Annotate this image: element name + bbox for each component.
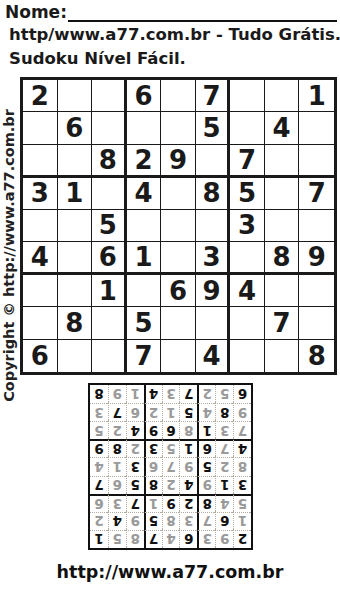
puzzle-cell[interactable]: 6 — [92, 242, 127, 275]
puzzle-cell[interactable]: 3 — [196, 242, 231, 275]
puzzle-cell[interactable]: 4 — [23, 242, 58, 275]
solution-cell: 3 — [215, 421, 233, 439]
puzzle-cell[interactable] — [92, 80, 127, 112]
solution-cell: 4 — [108, 512, 126, 530]
solution-cell: 8 — [197, 494, 215, 512]
puzzle-cell[interactable] — [265, 210, 300, 242]
puzzle-cell[interactable] — [196, 307, 231, 339]
solution-cell: 4 — [197, 403, 215, 421]
puzzle-cell[interactable] — [58, 210, 93, 242]
puzzle-cell[interactable]: 8 — [299, 340, 334, 372]
puzzle-cell[interactable] — [23, 145, 58, 178]
puzzle-cell[interactable]: 1 — [58, 178, 93, 210]
footer-url: http://www.a77.com.br — [0, 562, 340, 582]
puzzle-cell[interactable]: 5 — [230, 178, 265, 210]
puzzle-cell[interactable] — [265, 178, 300, 210]
puzzle-cell[interactable] — [230, 112, 265, 144]
vertical-copyright: Copyright © http://www.a77.com.br — [0, 86, 17, 426]
puzzle-cell[interactable]: 4 — [127, 178, 162, 210]
solution-cell: 5 — [179, 403, 197, 421]
solution-cell: 3 — [90, 403, 108, 421]
solution-cell: 7 — [179, 385, 197, 403]
puzzle-cell[interactable] — [58, 340, 93, 372]
solution-cell: 6 — [90, 494, 108, 512]
solution-cell: 8 — [126, 530, 144, 548]
puzzle-cell[interactable] — [161, 178, 196, 210]
solution-cell: 1 — [144, 494, 162, 512]
solution-cell: 8 — [179, 421, 197, 439]
solution-cell: 9 — [215, 530, 233, 548]
solution-cell: 6 — [215, 512, 233, 530]
solution-cell: 9 — [126, 512, 144, 530]
puzzle-cell[interactable]: 7 — [127, 340, 162, 372]
solution-cell: 3 — [126, 457, 144, 475]
solution-cell: 6 — [197, 439, 215, 457]
solution-cell: 9 — [233, 403, 251, 421]
solution-cell: 4 — [233, 439, 251, 457]
puzzle-cell[interactable]: 1 — [299, 80, 334, 112]
solution-cell: 4 — [126, 421, 144, 439]
solution-cell: 8 — [162, 512, 180, 530]
puzzle-cell[interactable] — [92, 112, 127, 144]
puzzle-cell[interactable] — [23, 210, 58, 242]
solution-cell: 1 — [215, 476, 233, 494]
solution-cell: 4 — [215, 494, 233, 512]
solution-cell: 3 — [179, 512, 197, 530]
puzzle-cell[interactable]: 5 — [196, 112, 231, 144]
solution-cell: 6 — [126, 403, 144, 421]
solution-cell: 5 — [233, 494, 251, 512]
solution-cell: 3 — [144, 439, 162, 457]
puzzle-cell[interactable] — [265, 275, 300, 307]
solution-cell: 8 — [108, 439, 126, 457]
solution-cell: 6 — [179, 530, 197, 548]
solution-cell: 2 — [197, 385, 215, 403]
puzzle-cell[interactable] — [92, 307, 127, 339]
puzzle-cell[interactable] — [92, 340, 127, 372]
puzzle-cell[interactable]: 6 — [127, 80, 162, 112]
puzzle-cell[interactable] — [58, 275, 93, 307]
solution-cell: 7 — [144, 530, 162, 548]
puzzle-cell[interactable] — [230, 340, 265, 372]
solution-cell: 1 — [179, 439, 197, 457]
solution-cell: 6 — [108, 476, 126, 494]
solution-cell: 2 — [126, 439, 144, 457]
solution-cell: 7 — [108, 403, 126, 421]
solution-cell: 1 — [233, 512, 251, 530]
solution-cell: 7 — [126, 494, 144, 512]
puzzle-cell[interactable] — [127, 112, 162, 144]
solution-cell: 1 — [108, 457, 126, 475]
puzzle-cell[interactable] — [161, 340, 196, 372]
solution-cell: 2 — [179, 494, 197, 512]
solution-cell: 5 — [108, 530, 126, 548]
puzzle-cell[interactable] — [127, 210, 162, 242]
solution-cell: 9 — [144, 421, 162, 439]
solution-cell: 8 — [144, 476, 162, 494]
puzzle-cell[interactable]: 8 — [265, 242, 300, 275]
puzzle-cell[interactable] — [265, 80, 300, 112]
puzzle-cell[interactable]: 6 — [58, 112, 93, 144]
solution-cell: 7 — [162, 457, 180, 475]
puzzle-cell[interactable]: 7 — [196, 80, 231, 112]
solution-cell: 5 — [162, 439, 180, 457]
solution-cell: 2 — [144, 403, 162, 421]
puzzle-cell[interactable] — [58, 145, 93, 178]
puzzle-cell[interactable]: 7 — [299, 178, 334, 210]
solution-cell: 4 — [162, 530, 180, 548]
solution-cell: 7 — [90, 476, 108, 494]
puzzle-cell[interactable] — [127, 275, 162, 307]
puzzle-cell[interactable] — [58, 242, 93, 275]
solution-cell: 9 — [197, 476, 215, 494]
solution-cell: 4 — [144, 385, 162, 403]
puzzle-cell[interactable] — [161, 112, 196, 144]
puzzle-grid: 267165482973148575346138916948576748 — [20, 77, 337, 375]
solution-cell: 7 — [197, 512, 215, 530]
solution-cell: 6 — [162, 421, 180, 439]
puzzle-cell[interactable]: 9 — [161, 145, 196, 178]
puzzle-cell[interactable]: 4 — [196, 340, 231, 372]
solution-cell: 8 — [233, 457, 251, 475]
solution-cell: 1 — [90, 530, 108, 548]
solution-cell: 2 — [215, 457, 233, 475]
puzzle-cell[interactable] — [299, 307, 334, 339]
puzzle-cell[interactable]: 1 — [92, 275, 127, 307]
puzzle-cell[interactable] — [161, 242, 196, 275]
puzzle-cell[interactable] — [230, 80, 265, 112]
solution-cell: 9 — [162, 494, 180, 512]
solution-cell: 6 — [144, 457, 162, 475]
puzzle-cell[interactable] — [23, 307, 58, 339]
solution-cell: 5 — [90, 421, 108, 439]
solution-cell: 5 — [126, 476, 144, 494]
puzzle-cell[interactable] — [161, 210, 196, 242]
puzzle-cell[interactable] — [299, 112, 334, 144]
puzzle-cell[interactable]: 9 — [196, 275, 231, 307]
puzzle-cell[interactable] — [265, 340, 300, 372]
solution-cell: 2 — [108, 421, 126, 439]
solution-cell: 3 — [108, 494, 126, 512]
puzzle-cell[interactable]: 7 — [265, 307, 300, 339]
solution-cell: 9 — [90, 439, 108, 457]
name-blank-line[interactable] — [68, 2, 337, 22]
solution-cell: 5 — [144, 512, 162, 530]
puzzle-cell[interactable]: 5 — [92, 210, 127, 242]
puzzle-cell[interactable] — [92, 178, 127, 210]
solution-grid: 2936478511673859425482917363194285678259… — [88, 383, 253, 550]
solution-cell: 1 — [162, 403, 180, 421]
puzzle-cell[interactable]: 4 — [265, 112, 300, 144]
site-header: http/www.a77.com.br - Tudo Grátis. — [9, 25, 340, 44]
puzzle-cell[interactable]: 7 — [230, 145, 265, 178]
solution-cell: 9 — [108, 385, 126, 403]
puzzle-cell[interactable]: 2 — [127, 145, 162, 178]
puzzle-cell[interactable] — [23, 275, 58, 307]
solution-cell: 1 — [126, 385, 144, 403]
puzzle-cell[interactable]: 1 — [127, 242, 162, 275]
puzzle-cell[interactable]: 8 — [92, 145, 127, 178]
solution-cell: 8 — [215, 403, 233, 421]
solution-cell: 3 — [233, 476, 251, 494]
solution-cell: 5 — [215, 385, 233, 403]
puzzle-cell[interactable]: 6 — [161, 275, 196, 307]
puzzle-cell[interactable] — [299, 145, 334, 178]
solution-cell: 4 — [90, 457, 108, 475]
copyright-text: Copyright © http://www.a77.com.br — [0, 109, 16, 402]
puzzle-cell[interactable] — [299, 210, 334, 242]
puzzle-cell[interactable] — [161, 307, 196, 339]
puzzle-cell[interactable] — [230, 307, 265, 339]
solution-cell: 2 — [233, 530, 251, 548]
solution-cell: 3 — [162, 385, 180, 403]
puzzle-cell[interactable]: 3 — [23, 178, 58, 210]
solution-cell: 8 — [90, 385, 108, 403]
puzzle-cell[interactable] — [23, 112, 58, 144]
name-label: Nome: — [5, 2, 67, 22]
solution-cell: 5 — [197, 457, 215, 475]
solution-cell: 2 — [162, 476, 180, 494]
puzzle-cell[interactable] — [58, 80, 93, 112]
puzzle-cell[interactable]: 9 — [299, 242, 334, 275]
puzzle-cell[interactable] — [299, 275, 334, 307]
puzzle-cell[interactable] — [196, 210, 231, 242]
solution-cell: 4 — [179, 476, 197, 494]
puzzle-cell[interactable] — [196, 145, 231, 178]
puzzle-cell[interactable] — [230, 242, 265, 275]
difficulty-title: Sudoku Nível Fácil. — [9, 49, 186, 68]
solution-cell: 7 — [233, 421, 251, 439]
puzzle-cell[interactable] — [265, 145, 300, 178]
solution-cell: 3 — [197, 530, 215, 548]
name-field-row: Nome: — [5, 2, 337, 22]
solution-cell: 1 — [197, 421, 215, 439]
puzzle-cell[interactable]: 3 — [230, 210, 265, 242]
puzzle-cell[interactable] — [161, 80, 196, 112]
puzzle-cell[interactable]: 8 — [58, 307, 93, 339]
solution-cell: 7 — [215, 439, 233, 457]
puzzle-cell[interactable]: 6 — [23, 340, 58, 372]
puzzle-cell[interactable]: 8 — [196, 178, 231, 210]
solution-cell: 6 — [233, 385, 251, 403]
puzzle-cell[interactable]: 4 — [230, 275, 265, 307]
solution-cell: 9 — [179, 457, 197, 475]
puzzle-cell[interactable]: 2 — [23, 80, 58, 112]
puzzle-cell[interactable]: 5 — [127, 307, 162, 339]
solution-cell: 2 — [90, 512, 108, 530]
